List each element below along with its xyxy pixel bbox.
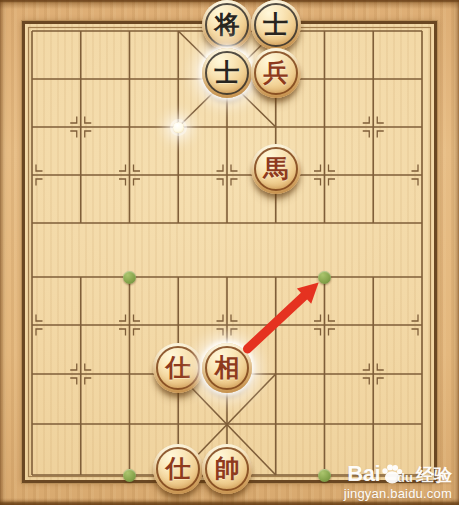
baidu-logo-jingyan: 经验 (416, 466, 452, 484)
piece-帥-red[interactable]: 帥 (202, 444, 252, 494)
baidu-logo-bai: Bai (347, 464, 380, 484)
piece-兵-red[interactable]: 兵 (251, 48, 301, 98)
piece-馬-red[interactable]: 馬 (251, 144, 301, 194)
piece-character: 馬 (263, 156, 288, 181)
piece-将-black[interactable]: 将 (202, 0, 252, 50)
baidu-watermark-url: jingyan.baidu.com (344, 486, 452, 501)
baidu-logo: Bai du 经验 (344, 461, 452, 484)
piece-士-black[interactable]: 士 (251, 0, 301, 50)
pieces-layer[interactable]: 将士士兵馬仕相仕帥 (0, 0, 459, 505)
baidu-logo-du: du (397, 470, 413, 485)
xiangqi-game-screen: 将士士兵馬仕相仕帥 Bai du 经验 jingyan.baidu.com (0, 0, 459, 505)
piece-character: 士 (263, 12, 288, 37)
piece-士-black[interactable]: 士 (202, 48, 252, 98)
piece-character: 相 (215, 355, 240, 380)
piece-character: 将 (215, 12, 240, 37)
baidu-watermark: Bai du 经验 jingyan.baidu.com (344, 461, 452, 501)
piece-character: 兵 (263, 60, 288, 85)
piece-仕-red[interactable]: 仕 (153, 343, 203, 393)
piece-character: 仕 (166, 355, 191, 380)
piece-仕-red[interactable]: 仕 (153, 444, 203, 494)
piece-character: 仕 (166, 456, 191, 481)
piece-character: 帥 (215, 456, 240, 481)
piece-相-red[interactable]: 相 (202, 343, 252, 393)
piece-character: 士 (215, 60, 240, 85)
